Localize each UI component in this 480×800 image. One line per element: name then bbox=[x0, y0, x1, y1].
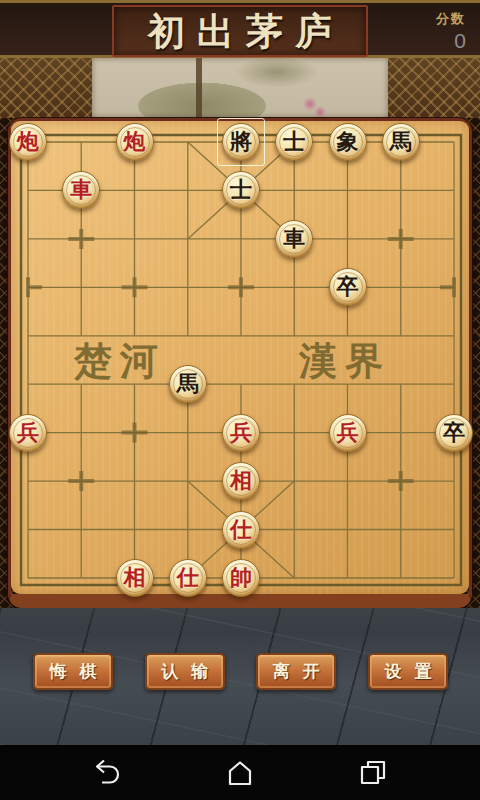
piece-black-chariot[interactable]: 車 bbox=[275, 220, 313, 258]
action-buttons: 悔棋 认输 离开 设置 bbox=[33, 653, 448, 690]
recents-icon[interactable] bbox=[358, 758, 388, 788]
piece-red-cannon[interactable]: 炮 bbox=[9, 123, 47, 161]
top-bar: 初出茅庐 分数 0 bbox=[0, 0, 480, 58]
back-icon[interactable] bbox=[92, 758, 122, 788]
piece-red-cannon[interactable]: 炮 bbox=[116, 123, 154, 161]
piece-black-advisor[interactable]: 士 bbox=[275, 123, 313, 161]
screen: 初出茅庐 分数 0 楚河 bbox=[0, 0, 480, 800]
leave-button-label: 离开 bbox=[273, 660, 333, 683]
resign-button-label: 认输 bbox=[161, 660, 221, 683]
piece-red-advisor[interactable]: 仕 bbox=[222, 511, 260, 549]
pieces-layer: 炮炮將士象馬車士車卒馬兵兵兵卒相仕相仕帥 bbox=[1, 118, 480, 602]
undo-button-label: 悔棋 bbox=[50, 660, 110, 683]
settings-button[interactable]: 设置 bbox=[368, 653, 448, 690]
piece-red-elephant[interactable]: 相 bbox=[222, 462, 260, 500]
piece-black-horse[interactable]: 馬 bbox=[382, 123, 420, 161]
resign-button[interactable]: 认输 bbox=[145, 653, 225, 690]
piece-black-general[interactable]: 將 bbox=[222, 123, 260, 161]
piece-red-soldier[interactable]: 兵 bbox=[329, 414, 367, 452]
piece-red-chariot[interactable]: 車 bbox=[62, 171, 100, 209]
undo-button[interactable]: 悔棋 bbox=[33, 653, 113, 690]
piece-black-elephant[interactable]: 象 bbox=[329, 123, 367, 161]
settings-button-label: 设置 bbox=[384, 660, 444, 683]
page-title: 初出茅庐 bbox=[148, 13, 344, 50]
piece-red-general[interactable]: 帥 bbox=[222, 559, 260, 597]
piece-red-advisor[interactable]: 仕 bbox=[169, 559, 207, 597]
board-stage: 楚河 漢界 炮炮將士象馬車士車卒馬兵兵兵卒相仕相仕帥 bbox=[0, 118, 480, 608]
score-label: 分数 bbox=[436, 10, 466, 28]
piece-red-soldier[interactable]: 兵 bbox=[222, 414, 260, 452]
piece-black-horse[interactable]: 馬 bbox=[169, 365, 207, 403]
xiangqi-board[interactable]: 楚河 漢界 炮炮將士象馬車士車卒馬兵兵兵卒相仕相仕帥 bbox=[8, 118, 472, 608]
leave-button[interactable]: 离开 bbox=[256, 653, 336, 690]
home-icon[interactable] bbox=[225, 758, 255, 788]
title-plaque: 初出茅庐 bbox=[112, 5, 368, 57]
piece-black-soldier[interactable]: 卒 bbox=[435, 414, 473, 452]
mural-slat bbox=[196, 58, 202, 118]
score-value: 0 bbox=[436, 29, 466, 53]
score-display: 分数 0 bbox=[436, 10, 466, 53]
piece-red-soldier[interactable]: 兵 bbox=[9, 414, 47, 452]
lotus-painting bbox=[92, 58, 388, 118]
piece-black-soldier[interactable]: 卒 bbox=[329, 268, 367, 306]
piece-red-elephant[interactable]: 相 bbox=[116, 559, 154, 597]
piece-black-advisor[interactable]: 士 bbox=[222, 171, 260, 209]
background-mural bbox=[0, 58, 480, 118]
android-navbar bbox=[0, 745, 480, 800]
floor: 悔棋 认输 离开 设置 bbox=[0, 608, 480, 745]
